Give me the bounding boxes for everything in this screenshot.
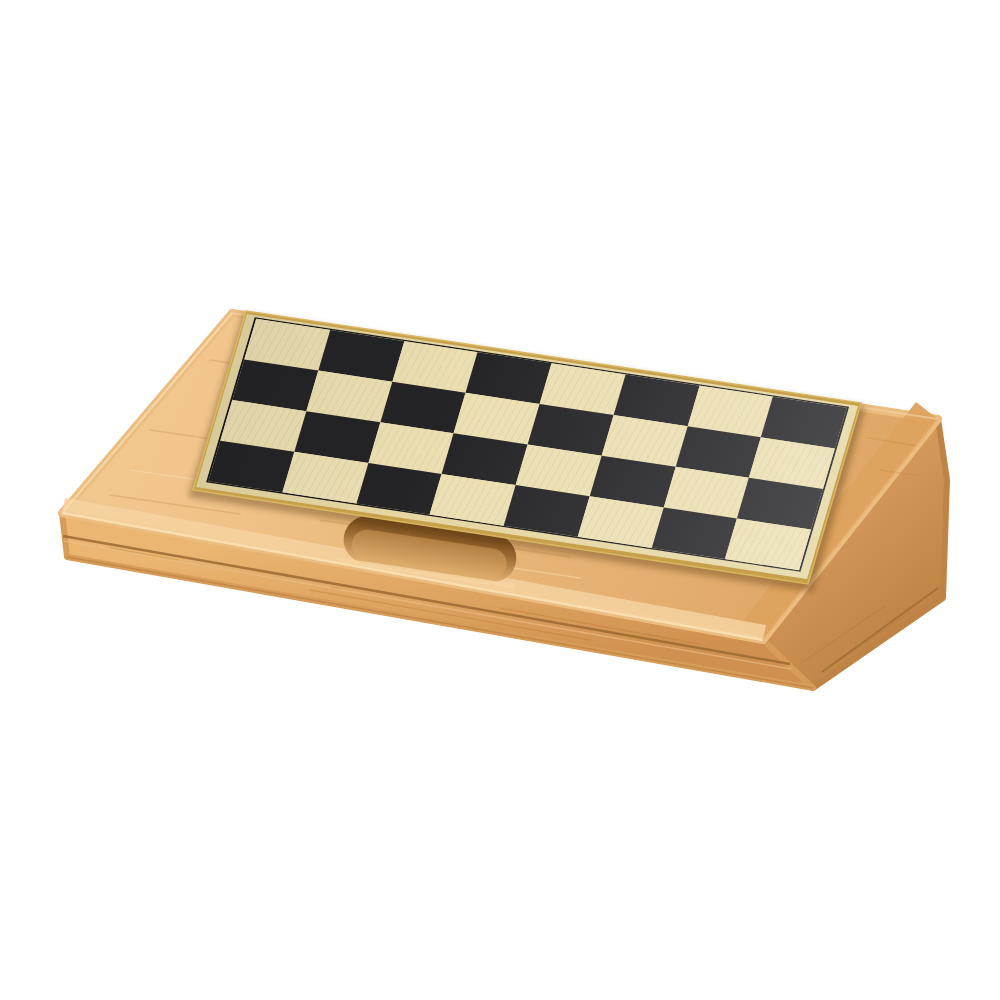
product-photo-folding-chess-box bbox=[0, 0, 1000, 1000]
